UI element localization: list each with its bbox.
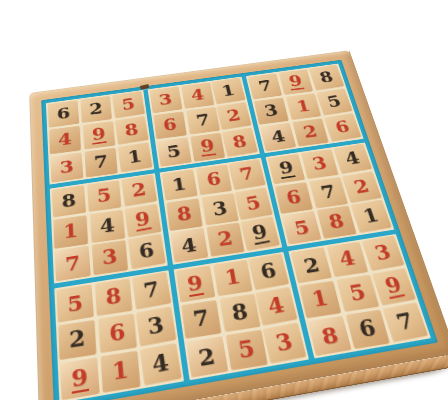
- tile-digit: 1: [310, 288, 330, 312]
- tile-r9c4[interactable]: 2: [186, 336, 228, 377]
- tile-digit: 7: [195, 112, 211, 130]
- tile-r6c1[interactable]: 7: [55, 246, 91, 282]
- tile-r6c2[interactable]: 3: [92, 241, 128, 276]
- sudoku-grid: 6254983713416725987983154268521497361678…: [46, 64, 431, 400]
- tile-digit: 7: [191, 307, 210, 332]
- tile-digit: 9: [91, 125, 106, 144]
- tile-digit: 8: [327, 212, 346, 233]
- tile-r8c1[interactable]: 2: [59, 320, 97, 360]
- tile-digit: 9: [199, 137, 216, 157]
- tile-r7c7[interactable]: 2: [291, 248, 332, 284]
- tile-digit: 8: [230, 301, 249, 325]
- tile-digit: 1: [171, 175, 188, 195]
- tile-r1c8[interactable]: 9: [279, 69, 313, 94]
- tile-digit: 2: [69, 327, 86, 352]
- tile-r5c9[interactable]: 2: [342, 171, 382, 203]
- tile-r4c6[interactable]: 7: [229, 159, 266, 190]
- tile-digit: 8: [175, 204, 192, 225]
- block-2: 341672598: [147, 77, 260, 169]
- tile-digit: 9: [186, 272, 205, 297]
- block-1: 625498371: [46, 90, 154, 184]
- tile-r9c5[interactable]: 5: [225, 330, 267, 370]
- tile-r7c6[interactable]: 6: [249, 254, 290, 291]
- tile-digit: 2: [226, 107, 243, 125]
- tile-r7c5[interactable]: 1: [213, 260, 252, 296]
- tile-r8c6[interactable]: 4: [256, 287, 298, 326]
- tile-r4c8[interactable]: 3: [301, 149, 338, 179]
- tile-r8c7[interactable]: 1: [300, 281, 342, 318]
- block-4: 852149736: [50, 173, 168, 284]
- tile-r9c6[interactable]: 3: [263, 322, 307, 363]
- block-5: 167835429: [159, 157, 282, 265]
- tile-r1c2[interactable]: 2: [80, 96, 111, 123]
- tile-digit: 7: [257, 78, 273, 94]
- tile-r6c9[interactable]: 1: [351, 200, 392, 234]
- tile-digit: 5: [244, 193, 263, 214]
- tile-r9c2[interactable]: 1: [101, 351, 141, 393]
- tile-r8c9[interactable]: 9: [372, 268, 416, 306]
- tile-digit: 7: [64, 252, 80, 275]
- tile-digit: 5: [236, 337, 256, 363]
- tile-digit: 9: [71, 364, 89, 393]
- tile-r8c4[interactable]: 7: [181, 300, 221, 339]
- tile-digit: 9: [251, 222, 271, 246]
- tile-digit: 7: [319, 182, 338, 202]
- tile-digit: 4: [343, 149, 362, 168]
- tile-digit: 7: [394, 310, 417, 335]
- tile-digit: 2: [216, 229, 234, 251]
- tile-digit: 3: [146, 314, 165, 339]
- tile-r1c6[interactable]: 1: [212, 78, 246, 105]
- tile-r9c8[interactable]: 6: [346, 310, 390, 349]
- tile-r6c8[interactable]: 8: [317, 206, 357, 239]
- tile-digit: 3: [372, 242, 393, 265]
- tile-r5c2[interactable]: 4: [90, 209, 125, 242]
- tile-r4c5[interactable]: 6: [196, 164, 232, 194]
- tile-r2c9[interactable]: 5: [316, 88, 352, 115]
- tile-digit: 6: [333, 118, 352, 136]
- tile-digit: 6: [205, 170, 222, 189]
- tile-digit: 1: [223, 267, 242, 290]
- tile-r2c2[interactable]: 9: [83, 121, 115, 149]
- tile-digit: 4: [269, 128, 286, 146]
- tile-digit: 3: [263, 102, 280, 119]
- tile-r4c1[interactable]: 8: [52, 185, 86, 217]
- tile-digit: 4: [99, 215, 115, 236]
- tile-digit: 8: [318, 69, 335, 85]
- tile-digit: 4: [180, 234, 198, 256]
- tile-r1c1[interactable]: 6: [48, 100, 79, 127]
- tile-r6c6[interactable]: 9: [241, 217, 281, 252]
- wooden-tray-frame: 6254983713416725987983154268521497361678…: [29, 50, 448, 400]
- tile-r7c8[interactable]: 4: [327, 242, 368, 277]
- tile-digit: 2: [130, 180, 147, 200]
- tile-r2c3[interactable]: 8: [115, 116, 149, 145]
- tile-digit: 1: [295, 98, 312, 115]
- tile-r5c1[interactable]: 1: [54, 215, 88, 248]
- tile-r7c1[interactable]: 5: [57, 285, 94, 323]
- tile-r2c1[interactable]: 4: [49, 126, 81, 154]
- tile-r3c9[interactable]: 6: [324, 113, 361, 142]
- tile-r5c8[interactable]: 7: [309, 177, 348, 208]
- tile-r8c2[interactable]: 6: [98, 314, 137, 354]
- tile-r6c5[interactable]: 2: [206, 223, 244, 257]
- sudoku-board: 6254983713416725987983154268521497361678…: [29, 50, 448, 400]
- tile-digit: 6: [259, 260, 279, 283]
- tile-digit: 3: [211, 198, 229, 219]
- tile-digit: 4: [266, 294, 287, 319]
- tile-r5c4[interactable]: 8: [166, 198, 202, 230]
- tile-digit: 7: [238, 164, 256, 184]
- tile-r1c3[interactable]: 5: [112, 91, 145, 118]
- block-7: 587263914: [54, 271, 183, 400]
- tile-digit: 6: [285, 187, 303, 207]
- block-3: 798315426: [246, 64, 363, 153]
- tile-digit: 6: [162, 116, 177, 134]
- tile-digit: 3: [274, 330, 295, 356]
- tile-r7c2[interactable]: 8: [95, 279, 132, 316]
- tile-r3c5[interactable]: 9: [190, 133, 225, 162]
- tile-r9c1[interactable]: 9: [60, 357, 100, 400]
- tile-r4c4[interactable]: 1: [161, 169, 197, 200]
- tile-digit: 4: [150, 351, 170, 378]
- tile-digit: 6: [56, 105, 70, 122]
- tile-digit: 8: [231, 133, 248, 152]
- tile-digit: 2: [302, 254, 322, 277]
- tile-digit: 1: [111, 358, 129, 385]
- tile-r5c7[interactable]: 6: [275, 182, 313, 213]
- tile-r1c4[interactable]: 3: [149, 87, 182, 114]
- tile-r3c6[interactable]: 8: [222, 127, 258, 156]
- tile-r8c8[interactable]: 5: [337, 275, 380, 312]
- tile-digit: 5: [67, 292, 84, 316]
- tile-digit: 2: [197, 344, 217, 370]
- tile-r1c9[interactable]: 8: [309, 65, 344, 91]
- tile-r3c4[interactable]: 5: [157, 137, 192, 166]
- tile-digit: 5: [325, 93, 343, 110]
- tile-r1c5[interactable]: 4: [181, 83, 214, 109]
- tile-r7c3[interactable]: 7: [132, 272, 171, 310]
- tile-digit: 8: [105, 286, 122, 310]
- tile-r5c5[interactable]: 3: [201, 193, 238, 225]
- tile-digit: 3: [101, 247, 118, 269]
- tile-digit: 8: [61, 191, 77, 211]
- tile-r9c7[interactable]: 8: [308, 316, 352, 356]
- tile-digit: 1: [127, 147, 143, 166]
- tile-r2c5[interactable]: 7: [186, 107, 220, 134]
- tile-digit: 7: [93, 153, 108, 172]
- grid-base: 6254983713416725987983154268521497361678…: [41, 60, 438, 400]
- tile-digit: 9: [288, 73, 305, 91]
- tile-r5c3[interactable]: 9: [124, 203, 161, 237]
- tile-digit: 4: [338, 248, 358, 270]
- tile-r3c2[interactable]: 7: [84, 148, 117, 178]
- tile-r4c9[interactable]: 4: [333, 143, 372, 173]
- tile-r6c4[interactable]: 4: [170, 228, 208, 263]
- tile-digit: 6: [108, 321, 126, 346]
- tile-digit: 3: [158, 91, 173, 108]
- tile-r4c2[interactable]: 5: [87, 180, 121, 211]
- tile-digit: 5: [96, 186, 112, 206]
- tile-digit: 1: [361, 206, 381, 227]
- tile-r2c6[interactable]: 2: [217, 102, 252, 130]
- tile-r5c6[interactable]: 5: [235, 187, 273, 220]
- tile-digit: 3: [59, 158, 74, 177]
- tile-r8c3[interactable]: 3: [136, 307, 176, 347]
- tile-r2c4[interactable]: 6: [153, 111, 186, 139]
- tile-digit: 9: [134, 209, 152, 232]
- tile-digit: 3: [311, 154, 329, 173]
- tile-r6c3[interactable]: 6: [128, 234, 166, 270]
- tile-digit: 4: [58, 131, 72, 149]
- tile-digit: 9: [277, 158, 295, 179]
- tile-r3c3[interactable]: 1: [117, 142, 152, 172]
- block-6: 934672581: [266, 142, 395, 247]
- block-9: 243159867: [289, 234, 431, 358]
- tile-r1c7[interactable]: 7: [248, 73, 282, 99]
- tile-r3c8[interactable]: 2: [293, 118, 329, 146]
- tile-digit: 6: [137, 240, 155, 262]
- tile-digit: 7: [142, 279, 161, 303]
- tile-digit: 5: [166, 142, 182, 161]
- tile-r4c3[interactable]: 2: [121, 174, 157, 206]
- tile-digit: 8: [123, 121, 139, 139]
- tile-digit: 5: [292, 217, 311, 238]
- tile-digit: 5: [347, 281, 368, 305]
- tile-digit: 4: [190, 87, 205, 104]
- tile-r2c8[interactable]: 1: [286, 93, 321, 120]
- tile-r4c7[interactable]: 9: [268, 154, 305, 184]
- tile-digit: 1: [220, 82, 236, 99]
- tile-digit: 1: [63, 221, 79, 242]
- tile-digit: 2: [352, 177, 372, 197]
- tile-digit: 6: [357, 317, 379, 342]
- tile-digit: 2: [302, 123, 319, 141]
- tile-r6c7[interactable]: 5: [282, 211, 322, 245]
- tile-r9c9[interactable]: 7: [383, 302, 429, 342]
- tile-digit: 8: [319, 323, 340, 348]
- tile-r3c1[interactable]: 3: [50, 152, 83, 182]
- tile-digit: 5: [120, 96, 135, 113]
- tile-r8c5[interactable]: 8: [219, 294, 260, 332]
- tile-digit: 2: [89, 101, 103, 118]
- tile-r9c3[interactable]: 4: [140, 343, 182, 386]
- tile-r7c9[interactable]: 3: [362, 236, 405, 272]
- block-8: 916784253: [173, 252, 309, 380]
- tile-r3c7[interactable]: 4: [260, 123, 296, 152]
- photo-scene: 6254983713416725987983154268521497361678…: [0, 0, 448, 400]
- tile-r2c7[interactable]: 3: [254, 98, 289, 125]
- tile-digit: 9: [383, 274, 406, 300]
- tile-r7c4[interactable]: 9: [176, 266, 215, 303]
